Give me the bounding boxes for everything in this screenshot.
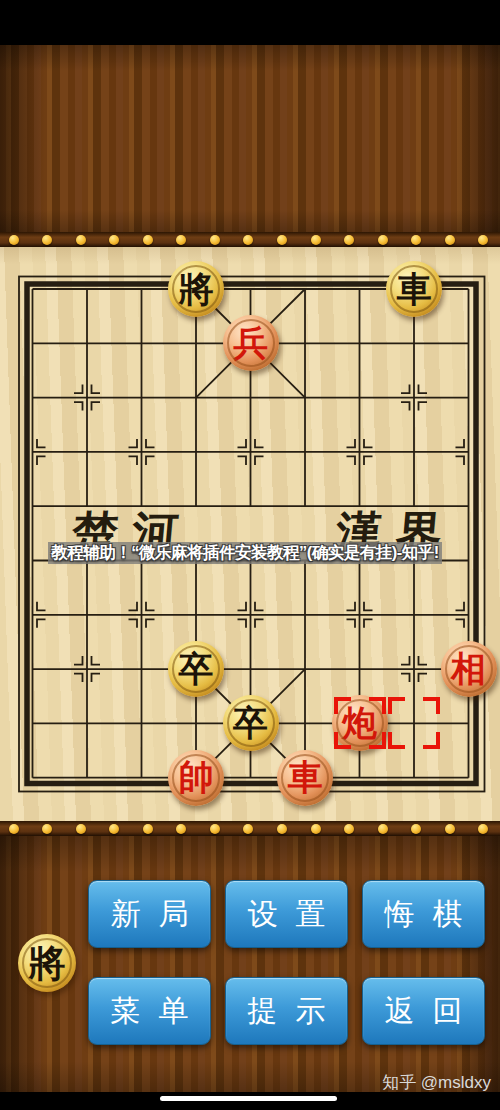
stud-nail (478, 824, 488, 834)
stud-nail (378, 235, 388, 245)
stud-nail (42, 824, 52, 834)
stud-nail (76, 824, 86, 834)
stud-nail (109, 235, 119, 245)
settings-button[interactable]: 设置 (225, 880, 348, 948)
stud-nail (311, 824, 321, 834)
spam-overlay-text: 教程辅助！“微乐麻将插件安装教程”(确实是有挂)-知乎! (51, 542, 438, 564)
app-screen: 楚河 漢界 將 車 兵 卒 相 卒 炮 帥 車 教程辅助！“微乐麻将插件安装教程… (0, 0, 500, 1110)
stud-nail (9, 235, 19, 245)
stud-nail (277, 824, 287, 834)
stud-strip-top (0, 232, 500, 247)
stud-nail (445, 824, 455, 834)
stud-nail (445, 235, 455, 245)
piece-red-soldier[interactable]: 兵 (223, 315, 279, 371)
menu-button[interactable]: 菜单 (88, 977, 211, 1045)
stud-nail (478, 235, 488, 245)
spam-overlay-banner: 教程辅助！“微乐麻将插件安装教程”(确实是有挂)-知乎! (48, 542, 442, 564)
piece-black-chariot[interactable]: 車 (386, 261, 442, 317)
stud-nail (344, 235, 354, 245)
status-bar (0, 0, 500, 45)
stud-nail (9, 824, 19, 834)
piece-black-general[interactable]: 將 (168, 261, 224, 317)
stud-nail (176, 824, 186, 834)
stud-nail (243, 235, 253, 245)
stud-nail (378, 824, 388, 834)
stud-nail (243, 824, 253, 834)
bottom-menu: 新局 设置 悔棋 菜单 提示 返回 (88, 880, 485, 1045)
move-marker-to (334, 697, 386, 749)
stud-nail (411, 235, 421, 245)
undo-button[interactable]: 悔棋 (362, 880, 485, 948)
piece-black-soldier-1[interactable]: 卒 (168, 641, 224, 697)
piece-red-general[interactable]: 帥 (168, 750, 224, 806)
turn-indicator-piece: 將 (18, 934, 76, 992)
piece-black-soldier-2[interactable]: 卒 (223, 695, 279, 751)
stud-nail (210, 824, 220, 834)
stud-nail (143, 235, 153, 245)
stud-nail (109, 824, 119, 834)
stud-nail (76, 235, 86, 245)
stud-nail (42, 235, 52, 245)
move-marker-from (388, 697, 440, 749)
piece-red-elephant[interactable]: 相 (441, 641, 497, 697)
stud-nail (277, 235, 287, 245)
home-indicator[interactable] (160, 1096, 337, 1101)
wood-background-top (0, 45, 500, 232)
watermark-text: 知乎 @msldxy (382, 1071, 491, 1094)
hint-button[interactable]: 提示 (225, 977, 348, 1045)
stud-nail (411, 824, 421, 834)
stud-nail (210, 235, 220, 245)
stud-nail (311, 235, 321, 245)
stud-nail (176, 235, 186, 245)
bottom-system-bar (0, 1092, 500, 1110)
stud-strip-bottom (0, 821, 500, 836)
new-game-button[interactable]: 新局 (88, 880, 211, 948)
stud-nail (344, 824, 354, 834)
stud-nail (143, 824, 153, 834)
back-button[interactable]: 返回 (362, 977, 485, 1045)
xiangqi-board[interactable]: 楚河 漢界 將 車 兵 卒 相 卒 炮 帥 車 (0, 247, 500, 821)
piece-red-chariot[interactable]: 車 (277, 750, 333, 806)
